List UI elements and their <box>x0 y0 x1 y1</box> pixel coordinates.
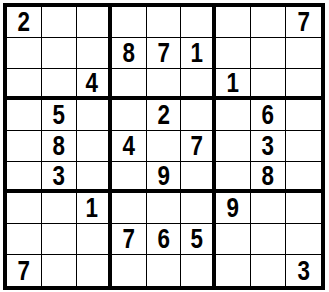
sudoku-cell-r2c5: 7 <box>147 38 182 69</box>
sudoku-cell-r9c1: 7 <box>7 255 42 286</box>
given-digit: 5 <box>191 225 203 253</box>
sudoku-cell-r1c8[interactable] <box>251 7 286 38</box>
sudoku-cell-r6c4[interactable] <box>112 162 147 193</box>
sudoku-cell-r1c7[interactable] <box>216 7 251 38</box>
sudoku-cell-r7c8[interactable] <box>251 193 286 224</box>
given-digit: 8 <box>122 39 134 67</box>
sudoku-cell-r8c6: 5 <box>181 224 216 255</box>
sudoku-cell-r4c1[interactable] <box>7 100 42 131</box>
given-digit: 7 <box>157 39 169 67</box>
sudoku-cell-r2c6: 1 <box>181 38 216 69</box>
sudoku-cell-r5c7[interactable] <box>216 131 251 162</box>
sudoku-cell-r6c6[interactable] <box>181 162 216 193</box>
given-digit: 6 <box>157 225 169 253</box>
given-digit: 9 <box>157 162 169 190</box>
sudoku-cell-r5c8: 3 <box>251 131 286 162</box>
given-digit: 7 <box>18 257 30 285</box>
sudoku-cell-r1c5[interactable] <box>147 7 182 38</box>
sudoku-cell-r9c9: 3 <box>286 255 321 286</box>
sudoku-cell-r7c1[interactable] <box>7 193 42 224</box>
sudoku-cell-r6c7[interactable] <box>216 162 251 193</box>
sudoku-cell-r8c4: 7 <box>112 224 147 255</box>
sudoku-cell-r8c8[interactable] <box>251 224 286 255</box>
sudoku-cell-r6c1[interactable] <box>7 162 42 193</box>
given-digit: 1 <box>227 69 239 97</box>
sudoku-cell-r3c9[interactable] <box>286 69 321 100</box>
sudoku-cell-r6c2: 3 <box>42 162 77 193</box>
given-digit: 4 <box>86 69 98 97</box>
sudoku-cell-r4c7[interactable] <box>216 100 251 131</box>
given-digit: 3 <box>262 132 274 160</box>
sudoku-cell-r9c3[interactable] <box>77 255 112 286</box>
sudoku-cell-r5c6: 7 <box>181 131 216 162</box>
sudoku-cell-r7c6[interactable] <box>181 193 216 224</box>
sudoku-cell-r2c2[interactable] <box>42 38 77 69</box>
sudoku-cell-r5c4: 4 <box>112 131 147 162</box>
sudoku-cell-r6c8: 8 <box>251 162 286 193</box>
sudoku-cell-r3c6[interactable] <box>181 69 216 100</box>
sudoku-cell-r3c8[interactable] <box>251 69 286 100</box>
sudoku-cell-r2c3[interactable] <box>77 38 112 69</box>
sudoku-cell-r8c9[interactable] <box>286 224 321 255</box>
given-digit: 1 <box>191 39 203 67</box>
sudoku-cell-r4c3[interactable] <box>77 100 112 131</box>
sudoku-cell-r6c3[interactable] <box>77 162 112 193</box>
sudoku-cell-r5c5[interactable] <box>147 131 182 162</box>
sudoku-cell-r7c2[interactable] <box>42 193 77 224</box>
sudoku-cell-r1c1: 2 <box>7 7 42 38</box>
sudoku-cell-r4c4[interactable] <box>112 100 147 131</box>
sudoku-cell-r5c3[interactable] <box>77 131 112 162</box>
given-digit: 3 <box>53 162 65 190</box>
sudoku-cell-r2c4: 8 <box>112 38 147 69</box>
given-digit: 7 <box>297 8 309 36</box>
sudoku-cell-r9c5[interactable] <box>147 255 182 286</box>
sudoku-cell-r3c3: 4 <box>77 69 112 100</box>
sudoku-cell-r9c4[interactable] <box>112 255 147 286</box>
sudoku-board: 278714152684733981976573 <box>3 3 325 290</box>
sudoku-cell-r2c1[interactable] <box>7 38 42 69</box>
sudoku-cell-r3c2[interactable] <box>42 69 77 100</box>
sudoku-cell-r1c3[interactable] <box>77 7 112 38</box>
sudoku-cell-r2c9[interactable] <box>286 38 321 69</box>
given-digit: 1 <box>86 194 98 222</box>
sudoku-cell-r3c7: 1 <box>216 69 251 100</box>
sudoku-cell-r3c1[interactable] <box>7 69 42 100</box>
sudoku-cell-r1c6[interactable] <box>181 7 216 38</box>
sudoku-cell-r2c8[interactable] <box>251 38 286 69</box>
sudoku-cell-r9c8[interactable] <box>251 255 286 286</box>
sudoku-cell-r4c6[interactable] <box>181 100 216 131</box>
sudoku-cell-r4c5: 2 <box>147 100 182 131</box>
sudoku-cell-r6c5: 9 <box>147 162 182 193</box>
given-digit: 6 <box>262 101 274 129</box>
sudoku-cell-r7c5[interactable] <box>147 193 182 224</box>
sudoku-cell-r1c4[interactable] <box>112 7 147 38</box>
sudoku-cell-r2c7[interactable] <box>216 38 251 69</box>
sudoku-cell-r9c6[interactable] <box>181 255 216 286</box>
sudoku-cell-r7c9[interactable] <box>286 193 321 224</box>
sudoku-cell-r3c5[interactable] <box>147 69 182 100</box>
sudoku-cell-r9c2[interactable] <box>42 255 77 286</box>
given-digit: 7 <box>122 225 134 253</box>
sudoku-cell-r8c2[interactable] <box>42 224 77 255</box>
sudoku-cell-r3c4[interactable] <box>112 69 147 100</box>
sudoku-cell-r8c1[interactable] <box>7 224 42 255</box>
given-digit: 2 <box>157 101 169 129</box>
sudoku-cell-r7c4[interactable] <box>112 193 147 224</box>
sudoku-cell-r7c7: 9 <box>216 193 251 224</box>
given-digit: 9 <box>227 194 239 222</box>
given-digit: 2 <box>18 8 30 36</box>
given-digit: 7 <box>191 132 203 160</box>
sudoku-cell-r4c2: 5 <box>42 100 77 131</box>
sudoku-cell-r1c2[interactable] <box>42 7 77 38</box>
given-digit: 8 <box>53 132 65 160</box>
given-digit: 5 <box>53 101 65 129</box>
sudoku-cell-r6c9[interactable] <box>286 162 321 193</box>
sudoku-cell-r7c3: 1 <box>77 193 112 224</box>
sudoku-cell-r8c5: 6 <box>147 224 182 255</box>
sudoku-cell-r4c9[interactable] <box>286 100 321 131</box>
given-digit: 8 <box>262 162 274 190</box>
sudoku-cell-r4c8: 6 <box>251 100 286 131</box>
sudoku-cell-r1c9: 7 <box>286 7 321 38</box>
sudoku-cell-r8c7[interactable] <box>216 224 251 255</box>
sudoku-cell-r5c1[interactable] <box>7 131 42 162</box>
sudoku-cell-r5c9[interactable] <box>286 131 321 162</box>
given-digit: 3 <box>297 257 309 285</box>
sudoku-cell-r8c3[interactable] <box>77 224 112 255</box>
given-digit: 4 <box>122 132 134 160</box>
sudoku-cell-r9c7[interactable] <box>216 255 251 286</box>
sudoku-cell-r5c2: 8 <box>42 131 77 162</box>
